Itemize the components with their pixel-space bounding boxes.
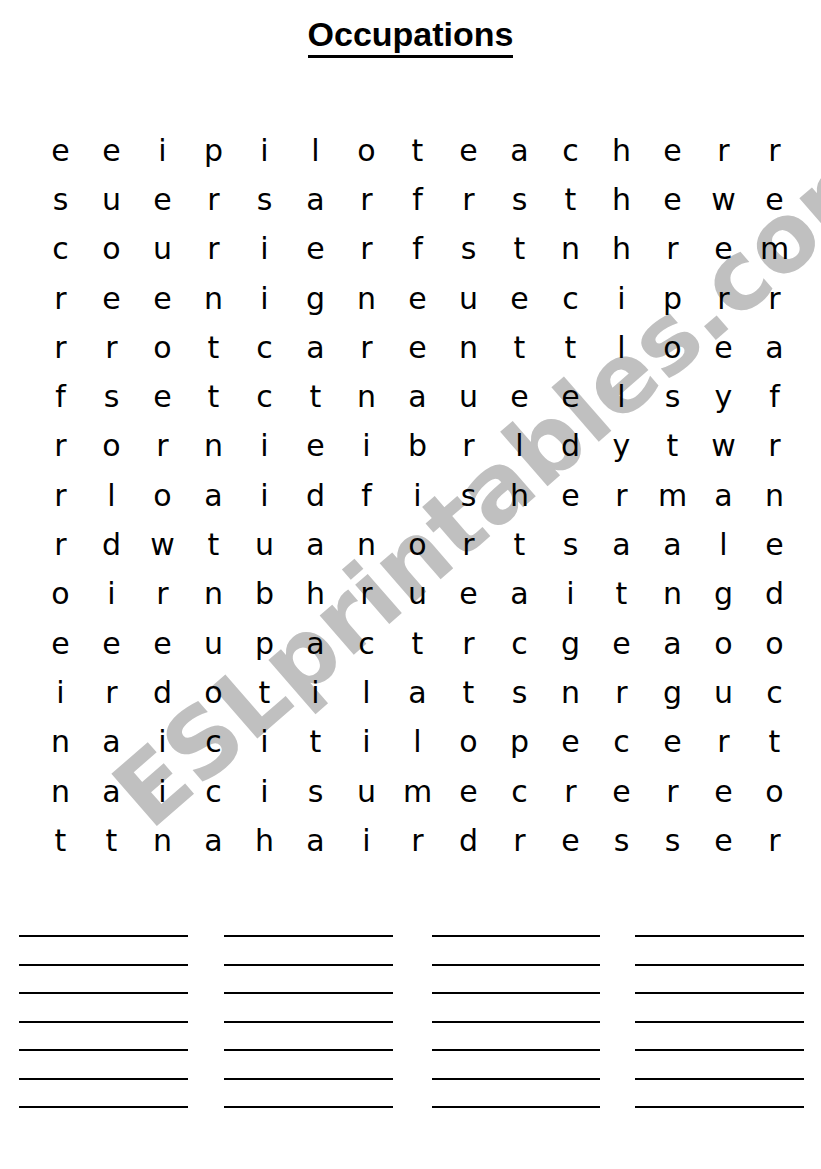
answer-line[interactable]	[432, 1023, 600, 1052]
answer-line[interactable]	[432, 1080, 600, 1109]
answer-line[interactable]	[224, 994, 393, 1023]
answer-line[interactable]	[635, 1023, 804, 1052]
answer-line[interactable]	[224, 1080, 393, 1109]
answer-line[interactable]	[635, 994, 804, 1023]
answer-line[interactable]	[432, 994, 600, 1023]
answer-line[interactable]	[432, 1051, 600, 1080]
answer-line[interactable]	[19, 937, 188, 966]
answer-line[interactable]	[19, 994, 188, 1023]
answer-line[interactable]	[635, 1051, 804, 1080]
answer-line[interactable]	[635, 1080, 804, 1109]
answer-column	[635, 909, 804, 1109]
answer-line[interactable]	[432, 937, 600, 966]
page-header: Occupations	[0, 16, 821, 58]
answer-line[interactable]	[224, 1023, 393, 1052]
answer-line[interactable]	[635, 937, 804, 966]
answer-line[interactable]	[19, 909, 188, 938]
answer-line[interactable]	[432, 909, 600, 938]
answer-line[interactable]	[19, 1051, 188, 1080]
answer-line[interactable]	[224, 1051, 393, 1080]
answer-line[interactable]	[635, 966, 804, 995]
page-title: Occupations	[308, 16, 514, 58]
answer-line[interactable]	[19, 1080, 188, 1109]
answer-column	[19, 909, 188, 1109]
answer-line[interactable]	[224, 966, 393, 995]
answer-sheet	[0, 0, 821, 1169]
answer-line[interactable]	[224, 937, 393, 966]
answer-line[interactable]	[19, 966, 188, 995]
answer-column	[224, 909, 393, 1109]
answer-column	[432, 909, 600, 1109]
answer-line[interactable]	[19, 1023, 188, 1052]
answer-line[interactable]	[432, 966, 600, 995]
answer-line[interactable]	[635, 909, 804, 938]
answer-line[interactable]	[224, 909, 393, 938]
